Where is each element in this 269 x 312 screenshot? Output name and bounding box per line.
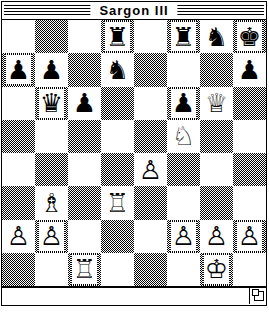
piece-black-pawn[interactable]: ♟ — [73, 89, 96, 117]
piece-black-rook[interactable]: ♜ — [106, 23, 129, 51]
square-f5[interactable]: ♘ — [167, 120, 200, 153]
piece-white-bishop[interactable]: ♗ — [40, 189, 63, 217]
square-f7[interactable] — [167, 53, 200, 86]
piece-patch: ♜ — [104, 21, 131, 52]
piece-patch: ♙ — [170, 221, 197, 252]
piece-black-rook[interactable]: ♜ — [172, 23, 195, 51]
piece-black-pawn[interactable]: ♟ — [172, 89, 195, 117]
square-f3[interactable] — [167, 186, 200, 219]
square-b2[interactable]: ♙ — [35, 220, 68, 253]
sargon-window: Sargon III ♜♜♞♚♟♟♞♟♛♟♟♕♘♙♗♖♙♙♙♙♙♖♔ — [1, 1, 267, 306]
square-a2[interactable]: ♙ — [2, 220, 35, 253]
square-f1[interactable] — [167, 253, 200, 286]
piece-patch: ♕ — [203, 88, 230, 119]
title-bar[interactable]: Sargon III — [2, 2, 266, 20]
square-c1[interactable]: ♖ — [68, 253, 101, 286]
square-h5[interactable] — [233, 120, 266, 153]
square-d7[interactable]: ♞ — [101, 53, 134, 86]
square-d8[interactable]: ♜ — [101, 20, 134, 53]
square-g1[interactable]: ♔ — [200, 253, 233, 286]
piece-patch: ♟ — [71, 88, 98, 119]
window-title: Sargon III — [90, 3, 177, 19]
piece-patch: ♘ — [170, 121, 197, 152]
square-c3[interactable] — [68, 186, 101, 219]
square-e1[interactable] — [134, 253, 167, 286]
square-f8[interactable]: ♜ — [167, 20, 200, 53]
square-b3[interactable]: ♗ — [35, 186, 68, 219]
square-g8[interactable]: ♞ — [200, 20, 233, 53]
square-h2[interactable]: ♙ — [233, 220, 266, 253]
square-h6[interactable] — [233, 87, 266, 120]
square-d1[interactable] — [101, 253, 134, 286]
piece-white-pawn[interactable]: ♙ — [205, 222, 228, 250]
square-a4[interactable] — [2, 153, 35, 186]
square-c7[interactable] — [68, 53, 101, 86]
square-g3[interactable] — [200, 186, 233, 219]
square-g6[interactable]: ♕ — [200, 87, 233, 120]
square-d5[interactable] — [101, 120, 134, 153]
piece-patch: ♟ — [38, 54, 65, 85]
piece-black-pawn[interactable]: ♟ — [238, 56, 261, 84]
piece-white-rook[interactable]: ♖ — [106, 189, 129, 217]
square-h1[interactable] — [233, 253, 266, 286]
square-d3[interactable]: ♖ — [101, 186, 134, 219]
piece-patch: ♟ — [170, 88, 197, 119]
square-a6[interactable] — [2, 87, 35, 120]
square-a1[interactable] — [2, 253, 35, 286]
square-a8[interactable] — [2, 20, 35, 53]
piece-black-pawn[interactable]: ♟ — [40, 56, 63, 84]
piece-patch: ♞ — [203, 21, 230, 52]
square-f2[interactable]: ♙ — [167, 220, 200, 253]
piece-patch: ♟ — [236, 54, 263, 85]
piece-patch: ♙ — [5, 221, 32, 252]
piece-white-knight[interactable]: ♘ — [172, 122, 195, 150]
square-c8[interactable] — [68, 20, 101, 53]
square-e5[interactable] — [134, 120, 167, 153]
square-d4[interactable] — [101, 153, 134, 186]
square-g5[interactable] — [200, 120, 233, 153]
status-bar — [2, 288, 266, 304]
square-h4[interactable] — [233, 153, 266, 186]
square-b4[interactable] — [35, 153, 68, 186]
square-e2[interactable] — [134, 220, 167, 253]
piece-black-pawn[interactable]: ♟ — [7, 56, 30, 84]
piece-black-queen[interactable]: ♛ — [40, 89, 63, 117]
square-e7[interactable] — [134, 53, 167, 86]
square-d2[interactable] — [101, 220, 134, 253]
chess-board: ♜♜♞♚♟♟♞♟♛♟♟♕♘♙♗♖♙♙♙♙♙♖♔ — [2, 20, 266, 288]
square-c6[interactable]: ♟ — [68, 87, 101, 120]
piece-patch: ♟ — [5, 54, 32, 85]
square-h3[interactable] — [233, 186, 266, 219]
piece-patch: ♚ — [236, 21, 263, 52]
square-a3[interactable] — [2, 186, 35, 219]
piece-patch: ♗ — [38, 187, 65, 218]
piece-white-pawn[interactable]: ♙ — [172, 222, 195, 250]
piece-patch: ♙ — [38, 221, 65, 252]
square-h8[interactable]: ♚ — [233, 20, 266, 53]
piece-white-pawn[interactable]: ♙ — [40, 222, 63, 250]
piece-white-pawn[interactable]: ♙ — [238, 222, 261, 250]
square-b8[interactable] — [35, 20, 68, 53]
piece-patch: ♔ — [203, 254, 230, 285]
grow-box[interactable] — [249, 288, 266, 304]
square-b5[interactable] — [35, 120, 68, 153]
square-c5[interactable] — [68, 120, 101, 153]
square-e6[interactable] — [134, 87, 167, 120]
square-g2[interactable]: ♙ — [200, 220, 233, 253]
piece-patch: ♛ — [38, 88, 65, 119]
square-a7[interactable]: ♟ — [2, 53, 35, 86]
piece-black-knight[interactable]: ♞ — [106, 56, 129, 84]
piece-patch: ♞ — [104, 54, 131, 85]
square-e4[interactable]: ♙ — [134, 153, 167, 186]
square-g7[interactable] — [200, 53, 233, 86]
piece-patch: ♙ — [203, 221, 230, 252]
piece-patch: ♖ — [104, 187, 131, 218]
square-c4[interactable] — [68, 153, 101, 186]
piece-black-king[interactable]: ♚ — [238, 23, 261, 51]
square-d6[interactable] — [101, 87, 134, 120]
square-e3[interactable] — [134, 186, 167, 219]
piece-white-king[interactable]: ♔ — [205, 255, 228, 283]
square-b6[interactable]: ♛ — [35, 87, 68, 120]
piece-patch: ♖ — [71, 254, 98, 285]
piece-white-queen[interactable]: ♕ — [205, 89, 228, 117]
square-b7[interactable]: ♟ — [35, 53, 68, 86]
square-e8[interactable] — [134, 20, 167, 53]
piece-patch: ♜ — [170, 21, 197, 52]
square-a5[interactable] — [2, 120, 35, 153]
square-h7[interactable]: ♟ — [233, 53, 266, 86]
piece-black-knight[interactable]: ♞ — [205, 23, 228, 51]
grow-box-icon-front — [252, 289, 259, 296]
square-f4[interactable] — [167, 153, 200, 186]
square-g4[interactable] — [200, 153, 233, 186]
piece-white-pawn[interactable]: ♙ — [7, 222, 30, 250]
square-c2[interactable] — [68, 220, 101, 253]
piece-white-rook[interactable]: ♖ — [73, 255, 96, 283]
square-f6[interactable]: ♟ — [167, 87, 200, 120]
piece-white-pawn[interactable]: ♙ — [139, 156, 162, 184]
piece-patch: ♙ — [137, 154, 164, 185]
piece-patch: ♙ — [236, 221, 263, 252]
square-b1[interactable] — [35, 253, 68, 286]
